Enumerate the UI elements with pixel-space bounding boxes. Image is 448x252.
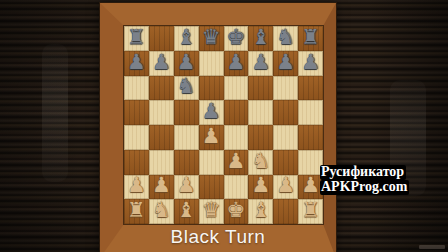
square-a8[interactable]: ♜: [124, 26, 149, 51]
square-d7[interactable]: [199, 51, 224, 76]
white-king-piece: ♚: [227, 200, 246, 221]
white-pawn-piece: ♟: [202, 126, 221, 147]
black-king-piece: ♚: [227, 27, 246, 48]
white-knight-piece: ♞: [152, 200, 171, 221]
chess-board-grid: ♜♝♛♚♝♞♜♟♟♟♟♟♟♟♞♟♟♟♞♟♟♟♟♟♟♜♞♝♛♚♝♜: [124, 26, 323, 224]
square-f1[interactable]: ♝: [248, 199, 273, 224]
square-e4[interactable]: [224, 125, 249, 150]
square-e8[interactable]: ♚: [224, 26, 249, 51]
black-pawn-piece: ♟: [251, 52, 270, 73]
black-pawn-piece: ♟: [152, 52, 171, 73]
square-g6[interactable]: [273, 76, 298, 101]
square-a1[interactable]: ♜: [124, 199, 149, 224]
white-pawn-piece: ♟: [127, 175, 146, 196]
turn-indicator: Black Turn: [100, 226, 336, 248]
square-a3[interactable]: [124, 150, 149, 175]
square-e1[interactable]: ♚: [224, 199, 249, 224]
game-screen: ♜♝♛♚♝♞♜♟♟♟♟♟♟♟♞♟♟♟♞♟♟♟♟♟♟♜♞♝♛♚♝♜ Black T…: [0, 0, 448, 252]
watermark-line1: Русификатор: [320, 165, 406, 180]
square-f2[interactable]: ♟: [248, 175, 273, 200]
square-b7[interactable]: ♟: [149, 51, 174, 76]
white-rook-piece: ♜: [127, 200, 146, 221]
square-b6[interactable]: [149, 76, 174, 101]
black-pawn-piece: ♟: [202, 101, 221, 122]
black-knight-piece: ♞: [276, 27, 295, 48]
black-bishop-piece: ♝: [177, 27, 196, 48]
square-c8[interactable]: ♝: [174, 26, 199, 51]
square-d8[interactable]: ♛: [199, 26, 224, 51]
black-pawn-piece: ♟: [227, 52, 246, 73]
square-e2[interactable]: [224, 175, 249, 200]
square-h6[interactable]: [298, 76, 323, 101]
square-h5[interactable]: [298, 100, 323, 125]
square-b4[interactable]: [149, 125, 174, 150]
square-g8[interactable]: ♞: [273, 26, 298, 51]
white-rook-piece: ♜: [301, 200, 320, 221]
watermark: Русификатор APKProg.com: [320, 165, 409, 195]
square-g3[interactable]: [273, 150, 298, 175]
fine-print-smudge: [419, 245, 445, 249]
square-e3[interactable]: ♟: [224, 150, 249, 175]
square-c5[interactable]: [174, 100, 199, 125]
square-d5[interactable]: ♟: [199, 100, 224, 125]
square-a7[interactable]: ♟: [124, 51, 149, 76]
white-bishop-piece: ♝: [177, 200, 196, 221]
square-c4[interactable]: [174, 125, 199, 150]
square-h8[interactable]: ♜: [298, 26, 323, 51]
square-a2[interactable]: ♟: [124, 175, 149, 200]
square-g4[interactable]: [273, 125, 298, 150]
white-pawn-piece: ♟: [251, 175, 270, 196]
black-pawn-piece: ♟: [276, 52, 295, 73]
square-c3[interactable]: [174, 150, 199, 175]
black-queen-piece: ♛: [202, 27, 221, 48]
square-a5[interactable]: [124, 100, 149, 125]
chess-board: ♜♝♛♚♝♞♜♟♟♟♟♟♟♟♞♟♟♟♞♟♟♟♟♟♟♜♞♝♛♚♝♜: [100, 3, 336, 252]
white-pawn-piece: ♟: [276, 175, 295, 196]
square-f8[interactable]: ♝: [248, 26, 273, 51]
square-b2[interactable]: ♟: [149, 175, 174, 200]
white-pawn-piece: ♟: [152, 175, 171, 196]
white-pawn-piece: ♟: [227, 151, 246, 172]
background-highlight-left: [42, 44, 68, 182]
watermark-line2: APKProg.com: [320, 180, 409, 195]
square-b5[interactable]: [149, 100, 174, 125]
square-d2[interactable]: [199, 175, 224, 200]
square-b8[interactable]: [149, 26, 174, 51]
white-pawn-piece: ♟: [301, 175, 320, 196]
square-b1[interactable]: ♞: [149, 199, 174, 224]
square-g7[interactable]: ♟: [273, 51, 298, 76]
black-knight-piece: ♞: [177, 76, 196, 97]
black-rook-piece: ♜: [127, 27, 146, 48]
black-bishop-piece: ♝: [251, 27, 270, 48]
square-a4[interactable]: [124, 125, 149, 150]
square-g1[interactable]: [273, 199, 298, 224]
black-pawn-piece: ♟: [127, 52, 146, 73]
square-a6[interactable]: [124, 76, 149, 101]
square-c6[interactable]: ♞: [174, 76, 199, 101]
square-c1[interactable]: ♝: [174, 199, 199, 224]
black-pawn-piece: ♟: [301, 52, 320, 73]
square-d6[interactable]: [199, 76, 224, 101]
square-d3[interactable]: [199, 150, 224, 175]
white-queen-piece: ♛: [202, 200, 221, 221]
square-h1[interactable]: ♜: [298, 199, 323, 224]
square-f6[interactable]: [248, 76, 273, 101]
white-bishop-piece: ♝: [251, 200, 270, 221]
square-h7[interactable]: ♟: [298, 51, 323, 76]
square-g2[interactable]: ♟: [273, 175, 298, 200]
square-c7[interactable]: ♟: [174, 51, 199, 76]
square-h4[interactable]: [298, 125, 323, 150]
black-pawn-piece: ♟: [177, 52, 196, 73]
white-pawn-piece: ♟: [177, 175, 196, 196]
square-b3[interactable]: [149, 150, 174, 175]
square-f3[interactable]: ♞: [248, 150, 273, 175]
square-f4[interactable]: [248, 125, 273, 150]
square-f7[interactable]: ♟: [248, 51, 273, 76]
square-c2[interactable]: ♟: [174, 175, 199, 200]
square-e5[interactable]: [224, 100, 249, 125]
white-knight-piece: ♞: [251, 151, 270, 172]
square-d4[interactable]: ♟: [199, 125, 224, 150]
square-d1[interactable]: ♛: [199, 199, 224, 224]
black-rook-piece: ♜: [301, 27, 320, 48]
square-e6[interactable]: [224, 76, 249, 101]
square-e7[interactable]: ♟: [224, 51, 249, 76]
square-f5[interactable]: [248, 100, 273, 125]
square-g5[interactable]: [273, 100, 298, 125]
